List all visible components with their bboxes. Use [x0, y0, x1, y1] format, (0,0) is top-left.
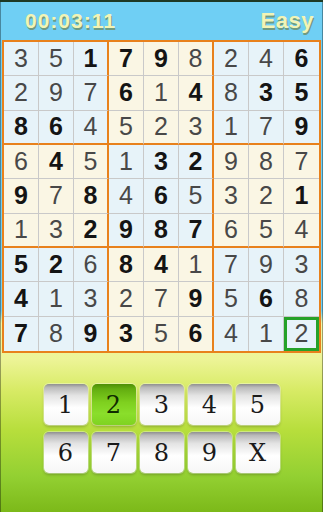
key-6[interactable]: 6	[44, 432, 88, 473]
sudoku-cell[interactable]: 3	[284, 248, 319, 282]
sudoku-cell[interactable]: 6	[249, 282, 284, 316]
sudoku-cell[interactable]: 1	[74, 42, 109, 76]
sudoku-cell[interactable]: 4	[4, 282, 39, 316]
sudoku-board: 3517982462976148358645231796451329879784…	[2, 40, 321, 353]
sudoku-cell[interactable]: 6	[39, 111, 74, 145]
sudoku-cell[interactable]: 1	[4, 214, 39, 248]
sudoku-cell[interactable]: 1	[39, 282, 74, 316]
sudoku-cell[interactable]: 7	[4, 317, 39, 351]
sudoku-cell[interactable]: 8	[249, 145, 284, 179]
key-8[interactable]: 8	[140, 432, 184, 473]
sudoku-cell[interactable]: 4	[214, 317, 249, 351]
sudoku-cell[interactable]: 4	[144, 248, 179, 282]
sudoku-cell[interactable]: 2	[4, 76, 39, 110]
sudoku-cell[interactable]: 5	[74, 145, 109, 179]
sudoku-cell[interactable]: 6	[214, 214, 249, 248]
sudoku-cell[interactable]: 4	[74, 111, 109, 145]
key-9[interactable]: 9	[188, 432, 232, 473]
sudoku-cell[interactable]: 7	[284, 145, 319, 179]
sudoku-cell[interactable]: 8	[214, 76, 249, 110]
keypad-row: 6789X	[44, 432, 280, 473]
sudoku-cell[interactable]: 7	[249, 111, 284, 145]
sudoku-cell[interactable]: 3	[109, 317, 144, 351]
sudoku-cell[interactable]: 4	[249, 42, 284, 76]
sudoku-cell[interactable]: 9	[4, 179, 39, 213]
app-screen: 00:03:11 Easy 35179824629761483586452317…	[0, 0, 323, 512]
sudoku-cell[interactable]: 3	[39, 214, 74, 248]
sudoku-cell[interactable]: 5	[39, 42, 74, 76]
sudoku-cell[interactable]: 8	[109, 248, 144, 282]
sudoku-cell[interactable]: 5	[284, 76, 319, 110]
sudoku-cell[interactable]: 3	[179, 111, 214, 145]
sudoku-cell[interactable]: 8	[74, 179, 109, 213]
sudoku-cell[interactable]: 5	[249, 214, 284, 248]
sudoku-cell[interactable]: 1	[284, 179, 319, 213]
sudoku-cell[interactable]: 1	[109, 145, 144, 179]
key-5[interactable]: 5	[236, 384, 280, 425]
top-bar: 00:03:11 Easy	[0, 2, 323, 39]
sudoku-cell[interactable]: 2	[284, 317, 319, 351]
sudoku-cell[interactable]: 9	[74, 317, 109, 351]
sudoku-cell[interactable]: 5	[179, 179, 214, 213]
key-4[interactable]: 4	[188, 384, 232, 425]
sudoku-cell[interactable]: 2	[74, 214, 109, 248]
sudoku-cell[interactable]: 4	[284, 214, 319, 248]
sudoku-cell[interactable]: 8	[179, 42, 214, 76]
sudoku-cell[interactable]: 9	[179, 282, 214, 316]
sudoku-cell[interactable]: 7	[39, 179, 74, 213]
sudoku-cell[interactable]: 8	[39, 317, 74, 351]
key-2[interactable]: 2	[92, 384, 136, 425]
sudoku-cell[interactable]: 6	[109, 76, 144, 110]
sudoku-cell[interactable]: 7	[144, 282, 179, 316]
sudoku-cell[interactable]: 1	[214, 111, 249, 145]
sudoku-cell[interactable]: 9	[249, 248, 284, 282]
sudoku-cell[interactable]: 3	[4, 42, 39, 76]
sudoku-cell[interactable]: 9	[284, 111, 319, 145]
sudoku-cell[interactable]: 7	[109, 42, 144, 76]
key-7[interactable]: 7	[92, 432, 136, 473]
sudoku-cell[interactable]: 5	[144, 317, 179, 351]
sudoku-cell[interactable]: 6	[4, 145, 39, 179]
timer: 00:03:11	[25, 9, 116, 33]
sudoku-cell[interactable]: 4	[109, 179, 144, 213]
sudoku-cell[interactable]: 9	[214, 145, 249, 179]
key-clear[interactable]: X	[236, 432, 280, 473]
sudoku-cell[interactable]: 6	[179, 317, 214, 351]
sudoku-cell[interactable]: 6	[284, 42, 319, 76]
sudoku-cell[interactable]: 6	[144, 179, 179, 213]
key-1[interactable]: 1	[44, 384, 88, 425]
sudoku-cell[interactable]: 5	[4, 248, 39, 282]
sudoku-cell[interactable]: 2	[144, 111, 179, 145]
sudoku-cell[interactable]: 3	[144, 145, 179, 179]
key-3[interactable]: 3	[140, 384, 184, 425]
sudoku-cell[interactable]: 8	[284, 282, 319, 316]
sudoku-cell[interactable]: 9	[109, 214, 144, 248]
sudoku-cell[interactable]: 1	[144, 76, 179, 110]
sudoku-cell[interactable]: 4	[39, 145, 74, 179]
sudoku-cell[interactable]: 7	[214, 248, 249, 282]
sudoku-cell[interactable]: 2	[249, 179, 284, 213]
sudoku-cell[interactable]: 6	[74, 248, 109, 282]
sudoku-cell[interactable]: 8	[144, 214, 179, 248]
sudoku-cell[interactable]: 2	[214, 42, 249, 76]
difficulty-badge: Easy	[261, 8, 314, 34]
sudoku-cell[interactable]: 1	[179, 248, 214, 282]
sudoku-cell[interactable]: 1	[249, 317, 284, 351]
sudoku-cell[interactable]: 7	[179, 214, 214, 248]
number-keypad: 123456789X	[0, 384, 323, 473]
sudoku-cell[interactable]: 2	[39, 248, 74, 282]
sudoku-cell[interactable]: 5	[214, 282, 249, 316]
sudoku-cell[interactable]: 8	[4, 111, 39, 145]
sudoku-cell[interactable]: 5	[109, 111, 144, 145]
keypad-row: 12345	[44, 384, 280, 425]
sudoku-cell[interactable]: 3	[214, 179, 249, 213]
sudoku-cell[interactable]: 2	[109, 282, 144, 316]
sudoku-cell[interactable]: 3	[74, 282, 109, 316]
sudoku-cell[interactable]: 4	[179, 76, 214, 110]
sudoku-cell[interactable]: 2	[179, 145, 214, 179]
sudoku-cell[interactable]: 9	[144, 42, 179, 76]
sudoku-cell[interactable]: 9	[39, 76, 74, 110]
sudoku-cell[interactable]: 7	[74, 76, 109, 110]
sudoku-cell[interactable]: 3	[249, 76, 284, 110]
